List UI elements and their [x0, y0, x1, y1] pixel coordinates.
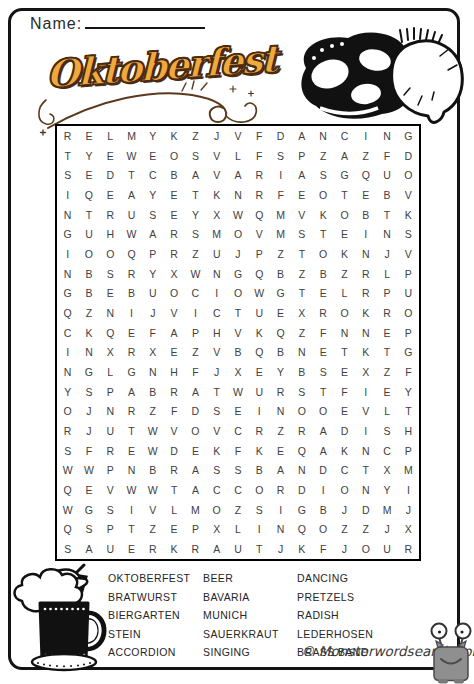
- grid-cell-r21c9: L: [227, 520, 248, 540]
- grid-cell-r18c3: P: [100, 461, 121, 481]
- grid-cell-r14c1: Y: [57, 382, 78, 402]
- grid-cell-r2c8: V: [206, 146, 227, 166]
- grid-cell-r14c9: W: [227, 382, 248, 402]
- grid-cell-r20c7: M: [185, 500, 206, 520]
- grid-cell-r11c16: E: [376, 323, 397, 343]
- grid-cell-r18c9: S: [227, 461, 248, 481]
- grid-cell-r9c16: P: [376, 283, 397, 303]
- grid-cell-r10c1: Q: [57, 303, 78, 323]
- grid-cell-r22c14: J: [334, 539, 355, 559]
- name-row: Name:: [30, 13, 205, 33]
- grid-cell-r22c4: E: [121, 539, 142, 559]
- grid-cell-r14c17: Y: [398, 382, 419, 402]
- grid-cell-r14c10: U: [249, 382, 270, 402]
- grid-cell-r4c4: A: [121, 185, 142, 205]
- grid-cell-r6c12: S: [291, 224, 312, 244]
- grid-cell-r7c13: O: [313, 244, 334, 264]
- grid-cell-r7c11: Z: [270, 244, 291, 264]
- grid-cell-r8c1: N: [57, 264, 78, 284]
- grid-cell-r11c11: Q: [270, 323, 291, 343]
- grid-cell-r21c2: S: [78, 520, 99, 540]
- grid-cell-r16c6: V: [163, 421, 184, 441]
- grid-cell-r20c15: D: [355, 500, 376, 520]
- grid-cell-r10c10: U: [249, 303, 270, 323]
- grid-cell-r19c11: R: [270, 480, 291, 500]
- name-label: Name:: [30, 15, 82, 32]
- grid-cell-r17c14: K: [334, 441, 355, 461]
- grid-cell-r22c15: O: [355, 539, 376, 559]
- grid-cell-r13c7: F: [185, 362, 206, 382]
- grid-cell-r8c10: Q: [249, 264, 270, 284]
- grid-cell-r14c15: I: [355, 382, 376, 402]
- grid-cell-r20c10: S: [249, 500, 270, 520]
- grid-cell-r17c17: P: [398, 441, 419, 461]
- grid-cell-r16c4: T: [121, 421, 142, 441]
- grid-cell-r6c8: M: [206, 224, 227, 244]
- word-item: RADISH: [297, 606, 407, 625]
- grid-cell-r19c6: T: [163, 480, 184, 500]
- grid-cell-r8c12: Z: [291, 264, 312, 284]
- grid-cell-r17c3: R: [100, 441, 121, 461]
- grid-cell-r10c12: X: [291, 303, 312, 323]
- grid-cell-r2c12: P: [291, 146, 312, 166]
- grid-cell-r7c1: I: [57, 244, 78, 264]
- grid-cell-r3c13: S: [313, 165, 334, 185]
- grid-cell-r8c8: N: [206, 264, 227, 284]
- grid-cell-r10c8: C: [206, 303, 227, 323]
- grid-cell-r6c16: N: [376, 224, 397, 244]
- grid-cell-r7c10: P: [249, 244, 270, 264]
- grid-cell-r6c9: O: [227, 224, 248, 244]
- grid-cell-r21c8: X: [206, 520, 227, 540]
- word-item: ACCORDION: [108, 643, 203, 662]
- grid-cell-r20c5: V: [142, 500, 163, 520]
- grid-cell-r19c17: I: [398, 480, 419, 500]
- grid-cell-r4c9: N: [227, 185, 248, 205]
- grid-cell-r6c5: A: [142, 224, 163, 244]
- name-input-line[interactable]: [85, 13, 205, 29]
- grid-cell-r5c2: T: [78, 205, 99, 225]
- grid-cell-r4c8: K: [206, 185, 227, 205]
- grid-cell-r19c15: N: [355, 480, 376, 500]
- grid-cell-r11c1: C: [57, 323, 78, 343]
- grid-cell-r12c1: I: [57, 342, 78, 362]
- grid-cell-r16c16: S: [376, 421, 397, 441]
- grid-cell-r9c12: T: [291, 283, 312, 303]
- grid-cell-r2c10: F: [249, 146, 270, 166]
- grid-cell-r9c13: E: [313, 283, 334, 303]
- grid-cell-r13c12: B: [291, 362, 312, 382]
- grid-cell-r2c6: O: [163, 146, 184, 166]
- grid-cell-r7c15: N: [355, 244, 376, 264]
- grid-cell-r8c6: X: [163, 264, 184, 284]
- grid-cell-r11c14: N: [334, 323, 355, 343]
- grid-cell-r18c5: B: [142, 461, 163, 481]
- grid-cell-r6c13: T: [313, 224, 334, 244]
- grid-cell-r15c8: S: [206, 402, 227, 422]
- grid-cell-r9c2: B: [78, 283, 99, 303]
- word-item: DANCING: [297, 569, 407, 588]
- grid-cell-r14c4: A: [121, 382, 142, 402]
- grid-cell-r14c13: T: [313, 382, 334, 402]
- grid-cell-r3c3: D: [100, 165, 121, 185]
- grid-cell-r3c8: V: [206, 165, 227, 185]
- grid-cell-r1c14: C: [334, 126, 355, 146]
- grid-cell-r9c4: B: [121, 283, 142, 303]
- grid-cell-r9c1: G: [57, 283, 78, 303]
- grid-cell-r18c4: N: [121, 461, 142, 481]
- grid-cell-r9c15: R: [355, 283, 376, 303]
- grid-cell-r9c10: W: [249, 283, 270, 303]
- grid-cell-r2c13: Z: [313, 146, 334, 166]
- grid-cell-r3c2: E: [78, 165, 99, 185]
- grid-cell-r15c13: O: [313, 402, 334, 422]
- grid-cell-r5c9: W: [227, 205, 248, 225]
- grid-cell-r4c17: V: [398, 185, 419, 205]
- grid-cell-r7c3: O: [100, 244, 121, 264]
- grid-cell-r17c8: K: [206, 441, 227, 461]
- grid-cell-r15c2: J: [78, 402, 99, 422]
- grid-cell-r13c9: X: [227, 362, 248, 382]
- word-item: BEER: [203, 569, 297, 588]
- grid-cell-r3c6: B: [163, 165, 184, 185]
- grid-cell-r2c14: A: [334, 146, 355, 166]
- grid-cell-r13c13: S: [313, 362, 334, 382]
- grid-cell-r21c15: Z: [355, 520, 376, 540]
- grid-cell-r1c1: R: [57, 126, 78, 146]
- grid-cell-r5c3: R: [100, 205, 121, 225]
- grid-cell-r11c10: K: [249, 323, 270, 343]
- grid-cell-r10c15: K: [355, 303, 376, 323]
- grid-cell-r12c17: G: [398, 342, 419, 362]
- grid-cell-r9c11: G: [270, 283, 291, 303]
- grid-cell-r10c6: V: [163, 303, 184, 323]
- grid-cell-r8c15: R: [355, 264, 376, 284]
- grid-cell-r16c8: V: [206, 421, 227, 441]
- grid-cell-r12c8: V: [206, 342, 227, 362]
- grid-cell-r19c14: O: [334, 480, 355, 500]
- grid-cell-r15c12: O: [291, 402, 312, 422]
- grid-cell-r14c3: P: [100, 382, 121, 402]
- grid-cell-r16c7: O: [185, 421, 206, 441]
- grid-cell-r18c7: A: [185, 461, 206, 481]
- grid-cell-r21c7: P: [185, 520, 206, 540]
- grid-cell-r7c2: O: [78, 244, 99, 264]
- grid-cell-r1c15: I: [355, 126, 376, 146]
- grid-cell-r18c17: M: [398, 461, 419, 481]
- grid-cell-r20c17: J: [398, 500, 419, 520]
- grid-cell-r20c16: M: [376, 500, 397, 520]
- grid-cell-r11c5: F: [142, 323, 163, 343]
- grid-cell-r16c17: H: [398, 421, 419, 441]
- grid-cell-r1c6: K: [163, 126, 184, 146]
- grid-cell-r17c9: F: [227, 441, 248, 461]
- grid-cell-r17c15: N: [355, 441, 376, 461]
- grid-cell-r1c17: G: [398, 126, 419, 146]
- grid-cell-r22c5: R: [142, 539, 163, 559]
- grid-cell-r1c7: Z: [185, 126, 206, 146]
- grid-cell-r9c17: U: [398, 283, 419, 303]
- grid-cell-r22c8: A: [206, 539, 227, 559]
- grid-cell-r22c12: K: [291, 539, 312, 559]
- grid-cell-r2c5: E: [142, 146, 163, 166]
- grid-cell-r20c12: G: [291, 500, 312, 520]
- grid-cell-r22c9: U: [227, 539, 248, 559]
- grid-cell-r10c9: T: [227, 303, 248, 323]
- grid-cell-r15c15: V: [355, 402, 376, 422]
- grid-cell-r18c15: T: [355, 461, 376, 481]
- grid-cell-r6c4: W: [121, 224, 142, 244]
- grid-cell-r20c9: Z: [227, 500, 248, 520]
- grid-cell-r12c10: Q: [249, 342, 270, 362]
- grid-cell-r7c5: P: [142, 244, 163, 264]
- grid-cell-r19c13: I: [313, 480, 334, 500]
- grid-cell-r15c4: R: [121, 402, 142, 422]
- grid-cell-r3c15: Q: [355, 165, 376, 185]
- grid-cell-r16c3: U: [100, 421, 121, 441]
- word-item: MUNICH: [203, 606, 297, 625]
- grid-cell-r4c5: Y: [142, 185, 163, 205]
- grid-cell-r14c7: A: [185, 382, 206, 402]
- grid-cell-r1c13: N: [313, 126, 334, 146]
- grid-cell-r4c3: E: [100, 185, 121, 205]
- grid-cell-r14c16: E: [376, 382, 397, 402]
- grid-cell-r15c3: N: [100, 402, 121, 422]
- grid-cell-r18c10: B: [249, 461, 270, 481]
- grid-cell-r1c8: J: [206, 126, 227, 146]
- grid-cell-r21c4: T: [121, 520, 142, 540]
- grid-cell-r14c8: T: [206, 382, 227, 402]
- grid-cell-r19c9: C: [227, 480, 248, 500]
- grid-cell-r5c10: Q: [249, 205, 270, 225]
- grid-cell-r18c13: D: [313, 461, 334, 481]
- grid-cell-r17c7: E: [185, 441, 206, 461]
- grid-cell-r12c11: B: [270, 342, 291, 362]
- grid-cell-r13c4: G: [121, 362, 142, 382]
- grid-cell-r5c8: X: [206, 205, 227, 225]
- grid-cell-r12c5: X: [142, 342, 163, 362]
- grid-cell-r14c12: S: [291, 382, 312, 402]
- grid-cell-r17c1: S: [57, 441, 78, 461]
- grid-cell-r22c11: J: [270, 539, 291, 559]
- grid-cell-r6c3: H: [100, 224, 121, 244]
- grid-cell-r9c14: L: [334, 283, 355, 303]
- grid-cell-r16c14: D: [334, 421, 355, 441]
- grid-cell-r9c7: C: [185, 283, 206, 303]
- grid-cell-r19c3: V: [100, 480, 121, 500]
- grid-cell-r10c11: E: [270, 303, 291, 323]
- word-item: BRATWURST: [108, 588, 203, 607]
- word-item: PRETZELS: [297, 588, 407, 607]
- grid-cell-r12c2: N: [78, 342, 99, 362]
- grid-cell-r5c5: S: [142, 205, 163, 225]
- grid-cell-r12c15: K: [355, 342, 376, 362]
- grid-cell-r6c15: I: [355, 224, 376, 244]
- grid-cell-r13c10: E: [249, 362, 270, 382]
- grid-cell-r5c16: T: [376, 205, 397, 225]
- grid-cell-r13c14: E: [334, 362, 355, 382]
- grid-cell-r18c6: R: [163, 461, 184, 481]
- grid-cell-r6c10: V: [249, 224, 270, 244]
- grid-cell-r10c4: I: [121, 303, 142, 323]
- grid-cell-r2c15: Z: [355, 146, 376, 166]
- grid-cell-r15c9: E: [227, 402, 248, 422]
- grid-cell-r5c14: O: [334, 205, 355, 225]
- grid-cell-r21c6: E: [163, 520, 184, 540]
- grid-cell-r16c10: R: [249, 421, 270, 441]
- grid-cell-r13c15: X: [355, 362, 376, 382]
- grid-cell-r7c8: U: [206, 244, 227, 264]
- grid-cell-r14c11: R: [270, 382, 291, 402]
- grid-cell-r13c2: G: [78, 362, 99, 382]
- grid-cell-r7c4: Q: [121, 244, 142, 264]
- grid-cell-r3c1: S: [57, 165, 78, 185]
- grid-cell-r4c2: Q: [78, 185, 99, 205]
- grid-cell-r10c2: Z: [78, 303, 99, 323]
- grid-cell-r4c16: B: [376, 185, 397, 205]
- grid-cell-r8c2: B: [78, 264, 99, 284]
- grid-cell-r7c9: J: [227, 244, 248, 264]
- grid-cell-r11c8: H: [206, 323, 227, 343]
- grid-cell-r3c17: O: [398, 165, 419, 185]
- grid-cell-r7c6: R: [163, 244, 184, 264]
- grid-cell-r6c6: R: [163, 224, 184, 244]
- grid-cell-r22c13: F: [313, 539, 334, 559]
- grid-cell-r19c5: W: [142, 480, 163, 500]
- grid-cell-r2c17: D: [398, 146, 419, 166]
- grid-cell-r3c11: I: [270, 165, 291, 185]
- grid-cell-r18c12: N: [291, 461, 312, 481]
- grid-cell-r1c3: L: [100, 126, 121, 146]
- grid-cell-r6c17: S: [398, 224, 419, 244]
- grid-cell-r5c7: Y: [185, 205, 206, 225]
- word-list-column-1: OKTOBERFESTBRATWURSTBIERGARTENSTEINACCOR…: [108, 569, 203, 662]
- grid-cell-r4c6: E: [163, 185, 184, 205]
- word-item: OKTOBERFEST: [108, 569, 203, 588]
- grid-cell-r16c2: J: [78, 421, 99, 441]
- grid-cell-r22c16: U: [376, 539, 397, 559]
- grid-cell-r10c16: R: [376, 303, 397, 323]
- grid-cell-r13c1: N: [57, 362, 78, 382]
- grid-cell-r6c7: S: [185, 224, 206, 244]
- grid-cell-r11c9: V: [227, 323, 248, 343]
- grid-cell-r12c9: B: [227, 342, 248, 362]
- grid-cell-r5c6: E: [163, 205, 184, 225]
- grid-cell-r5c11: M: [270, 205, 291, 225]
- grid-cell-r16c11: Z: [270, 421, 291, 441]
- grid-cell-r19c1: Q: [57, 480, 78, 500]
- grid-cell-r15c16: L: [376, 402, 397, 422]
- word-list-column-2: BEERBAVARIAMUNICHSAUERKRAUTSINGING: [203, 569, 297, 662]
- grid-cell-r14c2: S: [78, 382, 99, 402]
- grid-cell-r16c9: C: [227, 421, 248, 441]
- grid-cell-r1c11: D: [270, 126, 291, 146]
- grid-cell-r8c13: B: [313, 264, 334, 284]
- grid-cell-r3c5: C: [142, 165, 163, 185]
- grid-cell-r7c14: K: [334, 244, 355, 264]
- grid-cell-r22c3: U: [100, 539, 121, 559]
- grid-cell-r21c11: N: [270, 520, 291, 540]
- grid-cell-r9c8: I: [206, 283, 227, 303]
- word-item: SAUERKRAUT: [203, 625, 297, 644]
- grid-cell-r12c16: T: [376, 342, 397, 362]
- grid-cell-r22c7: R: [185, 539, 206, 559]
- grid-cell-r8c3: S: [100, 264, 121, 284]
- grid-cell-r11c17: P: [398, 323, 419, 343]
- grid-cell-r13c8: J: [206, 362, 227, 382]
- grid-cell-r15c17: T: [398, 402, 419, 422]
- grid-cell-r20c3: S: [100, 500, 121, 520]
- grid-cell-r4c11: F: [270, 185, 291, 205]
- grid-cell-r10c5: J: [142, 303, 163, 323]
- grid-cell-r13c16: Z: [376, 362, 397, 382]
- grid-cell-r10c14: O: [334, 303, 355, 323]
- grid-cell-r15c5: Z: [142, 402, 163, 422]
- grid-cell-r2c4: W: [121, 146, 142, 166]
- grid-cell-r15c1: O: [57, 402, 78, 422]
- grid-cell-r19c8: C: [206, 480, 227, 500]
- grid-cell-r1c9: V: [227, 126, 248, 146]
- grid-cell-r22c1: S: [57, 539, 78, 559]
- grid-cell-r12c13: E: [313, 342, 334, 362]
- grid-cell-r18c11: A: [270, 461, 291, 481]
- grid-cell-r9c5: U: [142, 283, 163, 303]
- grid-cell-r17c6: D: [163, 441, 184, 461]
- grid-cell-r8c4: R: [121, 264, 142, 284]
- grid-cell-r4c7: T: [185, 185, 206, 205]
- grid-cell-r5c4: U: [121, 205, 142, 225]
- grid-cell-r17c11: E: [270, 441, 291, 461]
- grid-cell-r7c7: Z: [185, 244, 206, 264]
- grid-cell-r21c1: Q: [57, 520, 78, 540]
- grid-cell-r21c13: O: [313, 520, 334, 540]
- grid-cell-r22c6: K: [163, 539, 184, 559]
- grid-cell-r15c7: D: [185, 402, 206, 422]
- grid-cell-r8c9: G: [227, 264, 248, 284]
- word-item: BAVARIA: [203, 588, 297, 607]
- grid-cell-r21c5: Z: [142, 520, 163, 540]
- grid-cell-r16c5: W: [142, 421, 163, 441]
- grid-cell-r6c1: G: [57, 224, 78, 244]
- grid-cell-r10c17: O: [398, 303, 419, 323]
- grid-cell-r14c6: R: [163, 382, 184, 402]
- grid-cell-r7c12: T: [291, 244, 312, 264]
- grid-cell-r15c11: N: [270, 402, 291, 422]
- grid-cell-r21c3: P: [100, 520, 121, 540]
- grid-cell-r6c14: E: [334, 224, 355, 244]
- grid-cell-r4c13: O: [313, 185, 334, 205]
- grid-cell-r8c11: B: [270, 264, 291, 284]
- grid-cell-r19c12: D: [291, 480, 312, 500]
- grid-cell-r13c5: N: [142, 362, 163, 382]
- grid-cell-r13c17: F: [398, 362, 419, 382]
- grid-cell-r16c12: R: [291, 421, 312, 441]
- grid-cell-r9c6: O: [163, 283, 184, 303]
- grid-cell-r6c11: M: [270, 224, 291, 244]
- grid-cell-r11c13: F: [313, 323, 334, 343]
- grid-cell-r3c10: R: [249, 165, 270, 185]
- grid-cell-r6c2: U: [78, 224, 99, 244]
- grid-cell-r20c4: I: [121, 500, 142, 520]
- grid-cell-r10c13: R: [313, 303, 334, 323]
- grid-cell-r12c14: T: [334, 342, 355, 362]
- grid-cell-r21c16: J: [376, 520, 397, 540]
- grid-cell-r15c10: I: [249, 402, 270, 422]
- grid-cell-r2c1: T: [57, 146, 78, 166]
- grid-cell-r13c11: Y: [270, 362, 291, 382]
- grid-cell-r5c12: V: [291, 205, 312, 225]
- grid-cell-r21c12: Q: [291, 520, 312, 540]
